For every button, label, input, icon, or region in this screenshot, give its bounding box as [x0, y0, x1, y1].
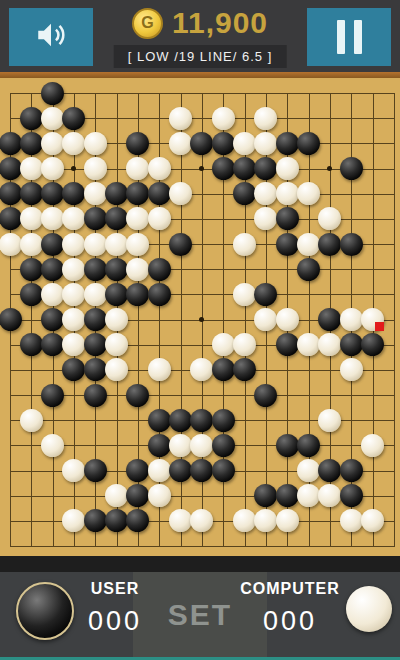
board-bottom-edge [0, 556, 400, 572]
white-stone [233, 233, 256, 256]
white-stone [105, 308, 128, 331]
white-stone [41, 132, 64, 155]
black-stone [20, 182, 43, 205]
star-point [199, 166, 204, 171]
black-stone [233, 182, 256, 205]
black-stone [254, 384, 277, 407]
white-stone [254, 509, 277, 532]
white-stone [169, 182, 192, 205]
black-stone [190, 132, 213, 155]
bottom-bar: SET USER 000 COMPUTER 000 [0, 572, 400, 660]
black-stone [340, 484, 363, 507]
black-stone [276, 484, 299, 507]
white-stone [361, 308, 384, 331]
black-stone [148, 182, 171, 205]
white-stone [148, 459, 171, 482]
star-point [71, 166, 76, 171]
white-stone [20, 233, 43, 256]
black-stone [62, 182, 85, 205]
white-stone [62, 333, 85, 356]
black-stone [148, 283, 171, 306]
black-stone [105, 182, 128, 205]
white-stone [276, 182, 299, 205]
black-stone [41, 308, 64, 331]
white-stone [105, 358, 128, 381]
black-stone [190, 459, 213, 482]
black-stone [20, 283, 43, 306]
white-stone [318, 409, 341, 432]
star-point [327, 166, 332, 171]
pause-icon [337, 20, 362, 54]
white-stone [41, 107, 64, 130]
white-stone [41, 157, 64, 180]
black-stone [318, 233, 341, 256]
black-stone [148, 434, 171, 457]
white-stone [126, 207, 149, 230]
white-stone [84, 157, 107, 180]
computer-white-stone-icon [346, 586, 392, 632]
white-stone [254, 207, 277, 230]
white-stone [169, 107, 192, 130]
coin-balance: 11,900 [172, 6, 268, 40]
game-settings-info: [ LOW /19 LINE/ 6.5 ] [114, 45, 287, 68]
black-stone [84, 358, 107, 381]
white-stone [62, 132, 85, 155]
white-stone [169, 132, 192, 155]
white-stone [105, 484, 128, 507]
top-bar: G 11,900 [ LOW /19 LINE/ 6.5 ] [0, 0, 400, 72]
black-stone [340, 459, 363, 482]
black-stone [105, 207, 128, 230]
white-stone [62, 258, 85, 281]
black-stone [169, 233, 192, 256]
white-stone [105, 333, 128, 356]
white-stone [84, 233, 107, 256]
black-stone [233, 157, 256, 180]
black-stone [340, 333, 363, 356]
black-stone [105, 258, 128, 281]
black-stone [41, 182, 64, 205]
white-stone [84, 283, 107, 306]
black-stone [212, 157, 235, 180]
white-stone [20, 157, 43, 180]
white-stone [297, 333, 320, 356]
set-button-label: SET [168, 598, 232, 632]
black-stone [318, 459, 341, 482]
white-stone [62, 207, 85, 230]
white-stone [254, 107, 277, 130]
white-stone [41, 207, 64, 230]
black-stone [212, 409, 235, 432]
black-stone [340, 157, 363, 180]
white-stone [276, 509, 299, 532]
black-stone [212, 434, 235, 457]
black-stone [20, 258, 43, 281]
white-stone [62, 308, 85, 331]
go-board[interactable] [0, 78, 400, 556]
black-stone [318, 308, 341, 331]
black-stone [0, 308, 22, 331]
black-stone [126, 384, 149, 407]
black-stone [84, 308, 107, 331]
black-stone [20, 333, 43, 356]
black-stone [276, 207, 299, 230]
white-stone [233, 333, 256, 356]
white-stone [340, 509, 363, 532]
black-stone [126, 484, 149, 507]
black-stone [340, 233, 363, 256]
black-stone [84, 384, 107, 407]
black-stone [254, 283, 277, 306]
black-stone [62, 358, 85, 381]
white-stone [254, 308, 277, 331]
white-stone [297, 233, 320, 256]
black-stone [84, 459, 107, 482]
black-stone [84, 333, 107, 356]
black-stone [297, 434, 320, 457]
last-move-marker [375, 322, 384, 331]
white-stone [148, 358, 171, 381]
white-stone [297, 484, 320, 507]
star-point [199, 317, 204, 322]
white-stone [233, 509, 256, 532]
black-stone [126, 509, 149, 532]
white-stone [148, 157, 171, 180]
white-stone [126, 258, 149, 281]
white-stone [126, 233, 149, 256]
black-stone [190, 409, 213, 432]
computer-label: COMPUTER [240, 580, 340, 598]
black-stone [84, 509, 107, 532]
white-stone [340, 358, 363, 381]
white-stone [62, 233, 85, 256]
white-stone [318, 333, 341, 356]
white-stone [212, 107, 235, 130]
white-stone [254, 182, 277, 205]
coin-icon: G [132, 8, 163, 39]
black-stone [169, 459, 192, 482]
black-stone [105, 509, 128, 532]
black-stone [233, 358, 256, 381]
pause-button[interactable] [307, 8, 391, 66]
black-stone [212, 459, 235, 482]
black-stone [212, 132, 235, 155]
black-stone [276, 233, 299, 256]
user-capture-count: 000 [88, 606, 142, 637]
white-stone [233, 132, 256, 155]
black-stone [276, 132, 299, 155]
black-stone [148, 258, 171, 281]
black-stone [126, 182, 149, 205]
black-stone [20, 107, 43, 130]
black-stone [41, 82, 64, 105]
white-stone [126, 157, 149, 180]
white-stone [297, 182, 320, 205]
black-stone [41, 384, 64, 407]
white-stone [169, 434, 192, 457]
black-stone [0, 182, 22, 205]
white-stone [276, 157, 299, 180]
white-stone [190, 509, 213, 532]
black-stone [126, 132, 149, 155]
white-stone [41, 434, 64, 457]
black-stone [361, 333, 384, 356]
computer-capture-count: 000 [263, 606, 317, 637]
white-stone [254, 132, 277, 155]
black-stone [126, 459, 149, 482]
white-stone [84, 182, 107, 205]
black-stone [148, 409, 171, 432]
white-stone [148, 207, 171, 230]
white-stone [148, 484, 171, 507]
white-stone [41, 283, 64, 306]
white-stone [62, 459, 85, 482]
white-stone [0, 233, 22, 256]
white-stone [190, 434, 213, 457]
white-stone [212, 333, 235, 356]
white-stone [20, 409, 43, 432]
user-label: USER [91, 580, 139, 598]
black-stone [212, 358, 235, 381]
black-stone [297, 258, 320, 281]
black-stone [254, 484, 277, 507]
white-stone [62, 283, 85, 306]
white-stone [276, 308, 299, 331]
black-stone [254, 157, 277, 180]
white-stone [105, 233, 128, 256]
white-stone [297, 459, 320, 482]
black-stone [20, 132, 43, 155]
black-stone [84, 258, 107, 281]
white-stone [361, 509, 384, 532]
white-stone [169, 509, 192, 532]
black-stone [41, 333, 64, 356]
black-stone [297, 132, 320, 155]
white-stone [318, 207, 341, 230]
white-stone [20, 207, 43, 230]
black-stone [41, 233, 64, 256]
black-stone [41, 258, 64, 281]
black-stone [0, 132, 22, 155]
white-stone [361, 434, 384, 457]
user-black-stone-icon [16, 582, 74, 640]
white-stone [84, 132, 107, 155]
black-stone [276, 333, 299, 356]
white-stone [62, 509, 85, 532]
black-stone [0, 207, 22, 230]
black-stone [169, 409, 192, 432]
white-stone [190, 358, 213, 381]
white-stone [340, 308, 363, 331]
black-stone [84, 207, 107, 230]
black-stone [126, 283, 149, 306]
white-stone [233, 283, 256, 306]
black-stone [276, 434, 299, 457]
white-stone [318, 484, 341, 507]
black-stone [62, 107, 85, 130]
black-stone [0, 157, 22, 180]
black-stone [105, 283, 128, 306]
